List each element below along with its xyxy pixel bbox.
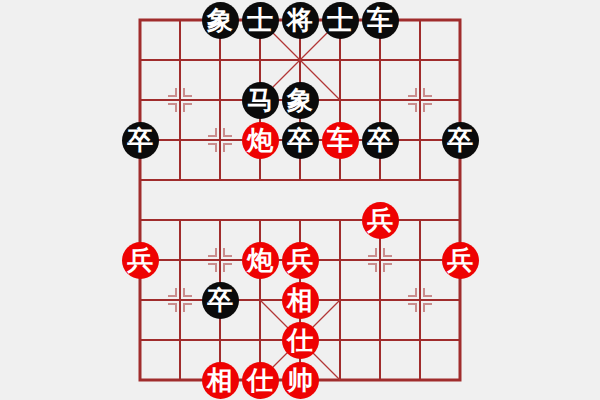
marker-corner	[408, 104, 416, 112]
marker-corner	[168, 288, 176, 296]
marker-corner	[224, 144, 232, 152]
marker-corner	[184, 288, 192, 296]
piece-black-soldier[interactable]: 卒	[362, 122, 399, 159]
piece-red-chariot[interactable]: 车	[322, 122, 359, 159]
piece-red-advisor[interactable]: 仕	[282, 322, 319, 359]
xiangqi-board[interactable]: 象士将士车马象卒炮卒车卒卒兵兵炮兵兵卒相仕相仕帅	[0, 0, 600, 400]
piece-red-advisor[interactable]: 仕	[242, 362, 279, 399]
marker-corner	[424, 304, 432, 312]
marker-corner	[224, 128, 232, 136]
piece-black-elephant[interactable]: 象	[202, 2, 239, 39]
piece-red-cannon[interactable]: 炮	[242, 242, 279, 279]
piece-black-chariot[interactable]: 车	[362, 2, 399, 39]
marker-corner	[184, 304, 192, 312]
marker-corner	[208, 264, 216, 272]
marker-corner	[208, 248, 216, 256]
marker-corner	[224, 248, 232, 256]
marker-corner	[184, 104, 192, 112]
piece-red-general[interactable]: 帅	[282, 362, 319, 399]
piece-red-soldier[interactable]: 兵	[122, 242, 159, 279]
marker-corner	[384, 248, 392, 256]
marker-corner	[168, 104, 176, 112]
marker-corner	[208, 128, 216, 136]
piece-black-horse[interactable]: 马	[242, 82, 279, 119]
piece-red-elephant[interactable]: 相	[282, 282, 319, 319]
marker-corner	[384, 264, 392, 272]
piece-red-soldier[interactable]: 兵	[442, 242, 479, 279]
piece-red-cannon[interactable]: 炮	[242, 122, 279, 159]
marker-corner	[408, 88, 416, 96]
piece-black-general[interactable]: 将	[282, 2, 319, 39]
piece-black-soldier[interactable]: 卒	[282, 122, 319, 159]
piece-black-advisor[interactable]: 士	[322, 2, 359, 39]
marker-corner	[368, 248, 376, 256]
piece-red-soldier[interactable]: 兵	[282, 242, 319, 279]
piece-red-elephant[interactable]: 相	[202, 362, 239, 399]
marker-corner	[368, 264, 376, 272]
piece-black-soldier[interactable]: 卒	[202, 282, 239, 319]
piece-black-elephant[interactable]: 象	[282, 82, 319, 119]
marker-corner	[408, 304, 416, 312]
marker-corner	[184, 88, 192, 96]
piece-black-advisor[interactable]: 士	[242, 2, 279, 39]
piece-red-soldier[interactable]: 兵	[362, 202, 399, 239]
marker-corner	[408, 288, 416, 296]
marker-corner	[224, 264, 232, 272]
piece-black-soldier[interactable]: 卒	[122, 122, 159, 159]
marker-corner	[208, 144, 216, 152]
marker-corner	[168, 304, 176, 312]
marker-corner	[424, 104, 432, 112]
marker-corner	[168, 88, 176, 96]
marker-corner	[424, 88, 432, 96]
marker-corner	[424, 288, 432, 296]
xiangqi-diagram: 象士将士车马象卒炮卒车卒卒兵兵炮兵兵卒相仕相仕帅	[0, 0, 600, 400]
piece-black-soldier[interactable]: 卒	[442, 122, 479, 159]
